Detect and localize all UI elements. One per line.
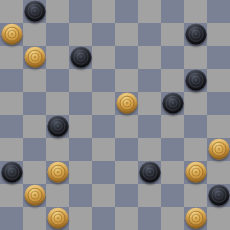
piece-groove-ring — [53, 167, 62, 176]
piece-groove-ring — [73, 49, 88, 64]
square-r5-c9 — [207, 115, 230, 138]
square-r9-c0[interactable] — [0, 207, 23, 230]
white-man-piece[interactable] — [47, 207, 68, 228]
square-r3-c8[interactable] — [184, 69, 207, 92]
piece-groove-ring — [194, 32, 197, 35]
square-r9-c3 — [69, 207, 92, 230]
square-r4-c4 — [92, 92, 115, 115]
white-man-piece[interactable] — [47, 161, 68, 182]
square-r8-c2 — [46, 184, 69, 207]
piece-groove-ring — [191, 29, 200, 38]
square-r4-c9[interactable] — [207, 92, 230, 115]
square-r7-c9 — [207, 161, 230, 184]
square-r8-c8 — [184, 184, 207, 207]
piece-groove-ring — [188, 72, 203, 87]
piece-groove-ring — [211, 141, 226, 156]
white-man-piece[interactable] — [116, 92, 137, 113]
square-r3-c0[interactable] — [0, 69, 23, 92]
piece-groove-ring — [125, 101, 128, 104]
piece-groove-ring — [30, 52, 39, 61]
square-r7-c8[interactable] — [184, 161, 207, 184]
square-r5-c2[interactable] — [46, 115, 69, 138]
piece-groove-ring — [4, 164, 19, 179]
square-r4-c5[interactable] — [115, 92, 138, 115]
white-man-piece[interactable] — [185, 161, 206, 182]
square-r7-c3 — [69, 161, 92, 184]
square-r0-c2 — [46, 0, 69, 23]
white-man-piece[interactable] — [24, 184, 45, 205]
square-r0-c6 — [138, 0, 161, 23]
square-r8-c4 — [92, 184, 115, 207]
piece-groove-ring — [50, 164, 65, 179]
piece-groove-ring — [76, 52, 85, 61]
piece-groove-ring — [56, 124, 59, 127]
square-r6-c5[interactable] — [115, 138, 138, 161]
square-r4-c3[interactable] — [69, 92, 92, 115]
white-man-piece[interactable] — [1, 23, 22, 44]
square-r6-c9[interactable] — [207, 138, 230, 161]
square-r4-c2 — [46, 92, 69, 115]
square-r4-c8 — [184, 92, 207, 115]
square-r5-c0[interactable] — [0, 115, 23, 138]
square-r5-c5 — [115, 115, 138, 138]
square-r0-c4 — [92, 0, 115, 23]
black-man-piece[interactable] — [1, 161, 22, 182]
square-r6-c4 — [92, 138, 115, 161]
piece-groove-ring — [79, 55, 82, 58]
piece-groove-ring — [191, 213, 200, 222]
piece-groove-ring — [119, 95, 134, 110]
piece-groove-ring — [142, 164, 157, 179]
square-r9-c1 — [23, 207, 46, 230]
square-r5-c3 — [69, 115, 92, 138]
square-r0-c1[interactable] — [23, 0, 46, 23]
square-r8-c9[interactable] — [207, 184, 230, 207]
black-man-piece[interactable] — [208, 184, 229, 205]
piece-groove-ring — [188, 164, 203, 179]
square-r5-c4[interactable] — [92, 115, 115, 138]
square-r6-c3[interactable] — [69, 138, 92, 161]
piece-groove-ring — [53, 121, 62, 130]
square-r1-c1 — [23, 23, 46, 46]
square-r2-c1[interactable] — [23, 46, 46, 69]
piece-groove-ring — [214, 190, 223, 199]
square-r1-c0[interactable] — [0, 23, 23, 46]
square-r1-c7 — [161, 23, 184, 46]
square-r3-c5 — [115, 69, 138, 92]
black-man-piece[interactable] — [185, 69, 206, 90]
square-r2-c3[interactable] — [69, 46, 92, 69]
square-r4-c7[interactable] — [161, 92, 184, 115]
square-r0-c7[interactable] — [161, 0, 184, 23]
square-r3-c7 — [161, 69, 184, 92]
piece-groove-ring — [194, 216, 197, 219]
piece-groove-ring — [10, 170, 13, 173]
square-r9-c8[interactable] — [184, 207, 207, 230]
square-r2-c7[interactable] — [161, 46, 184, 69]
square-r9-c7 — [161, 207, 184, 230]
white-man-piece[interactable] — [24, 46, 45, 67]
piece-groove-ring — [217, 147, 220, 150]
square-r7-c1 — [23, 161, 46, 184]
black-man-piece[interactable] — [24, 0, 45, 21]
square-r6-c6 — [138, 138, 161, 161]
square-r9-c5 — [115, 207, 138, 230]
square-r5-c7 — [161, 115, 184, 138]
piece-groove-ring — [53, 213, 62, 222]
square-r6-c1[interactable] — [23, 138, 46, 161]
square-r6-c0 — [0, 138, 23, 161]
piece-groove-ring — [171, 101, 174, 104]
piece-groove-ring — [33, 55, 36, 58]
square-r6-c2 — [46, 138, 69, 161]
square-r9-c2[interactable] — [46, 207, 69, 230]
square-r1-c3 — [69, 23, 92, 46]
black-man-piece[interactable] — [139, 161, 160, 182]
square-r2-c9[interactable] — [207, 46, 230, 69]
square-r7-c0[interactable] — [0, 161, 23, 184]
square-r0-c5[interactable] — [115, 0, 138, 23]
piece-groove-ring — [165, 95, 180, 110]
square-r5-c6[interactable] — [138, 115, 161, 138]
square-r1-c2[interactable] — [46, 23, 69, 46]
square-r2-c5[interactable] — [115, 46, 138, 69]
piece-groove-ring — [211, 187, 226, 202]
square-r5-c8[interactable] — [184, 115, 207, 138]
square-r3-c2[interactable] — [46, 69, 69, 92]
square-r3-c9 — [207, 69, 230, 92]
draughts-board — [0, 0, 230, 230]
white-man-piece[interactable] — [185, 207, 206, 228]
piece-groove-ring — [50, 210, 65, 225]
square-r8-c0 — [0, 184, 23, 207]
square-r1-c9 — [207, 23, 230, 46]
square-r0-c3[interactable] — [69, 0, 92, 23]
piece-groove-ring — [7, 167, 16, 176]
square-r2-c8 — [184, 46, 207, 69]
square-r1-c8[interactable] — [184, 23, 207, 46]
piece-groove-ring — [30, 6, 39, 15]
square-r3-c4[interactable] — [92, 69, 115, 92]
square-r1-c5 — [115, 23, 138, 46]
square-r3-c3 — [69, 69, 92, 92]
piece-groove-ring — [122, 98, 131, 107]
piece-groove-ring — [191, 75, 200, 84]
piece-groove-ring — [188, 26, 203, 41]
piece-groove-ring — [188, 210, 203, 225]
black-man-piece[interactable] — [70, 46, 91, 67]
square-r6-c7[interactable] — [161, 138, 184, 161]
square-r8-c1[interactable] — [23, 184, 46, 207]
piece-groove-ring — [27, 49, 42, 64]
square-r2-c0 — [0, 46, 23, 69]
square-r7-c6[interactable] — [138, 161, 161, 184]
piece-groove-ring — [145, 167, 154, 176]
white-man-piece[interactable] — [208, 138, 229, 159]
square-r0-c9[interactable] — [207, 0, 230, 23]
black-man-piece[interactable] — [185, 23, 206, 44]
square-r8-c5[interactable] — [115, 184, 138, 207]
square-r7-c4[interactable] — [92, 161, 115, 184]
square-r8-c6 — [138, 184, 161, 207]
square-r7-c2[interactable] — [46, 161, 69, 184]
square-r0-c8 — [184, 0, 207, 23]
square-r4-c6 — [138, 92, 161, 115]
square-r1-c6[interactable] — [138, 23, 161, 46]
piece-groove-ring — [7, 29, 16, 38]
square-r9-c6[interactable] — [138, 207, 161, 230]
piece-groove-ring — [194, 170, 197, 173]
square-r2-c6 — [138, 46, 161, 69]
piece-groove-ring — [148, 170, 151, 173]
piece-groove-ring — [50, 118, 65, 133]
piece-groove-ring — [27, 187, 42, 202]
square-r2-c2 — [46, 46, 69, 69]
piece-groove-ring — [217, 193, 220, 196]
piece-groove-ring — [214, 144, 223, 153]
square-r6-c8 — [184, 138, 207, 161]
square-r3-c6[interactable] — [138, 69, 161, 92]
piece-groove-ring — [56, 216, 59, 219]
black-man-piece[interactable] — [162, 92, 183, 113]
piece-groove-ring — [10, 32, 13, 35]
square-r1-c4[interactable] — [92, 23, 115, 46]
square-r7-c5 — [115, 161, 138, 184]
piece-groove-ring — [30, 190, 39, 199]
piece-groove-ring — [4, 26, 19, 41]
square-r4-c1[interactable] — [23, 92, 46, 115]
black-man-piece[interactable] — [47, 115, 68, 136]
square-r9-c9 — [207, 207, 230, 230]
square-r3-c1 — [23, 69, 46, 92]
square-r5-c1 — [23, 115, 46, 138]
piece-groove-ring — [33, 193, 36, 196]
square-r8-c3[interactable] — [69, 184, 92, 207]
piece-groove-ring — [191, 167, 200, 176]
square-r7-c7 — [161, 161, 184, 184]
square-r2-c4 — [92, 46, 115, 69]
square-r4-c0 — [0, 92, 23, 115]
piece-groove-ring — [194, 78, 197, 81]
piece-groove-ring — [33, 9, 36, 12]
piece-groove-ring — [168, 98, 177, 107]
square-r0-c0 — [0, 0, 23, 23]
square-r8-c7[interactable] — [161, 184, 184, 207]
piece-groove-ring — [56, 170, 59, 173]
piece-groove-ring — [27, 3, 42, 18]
square-r9-c4[interactable] — [92, 207, 115, 230]
